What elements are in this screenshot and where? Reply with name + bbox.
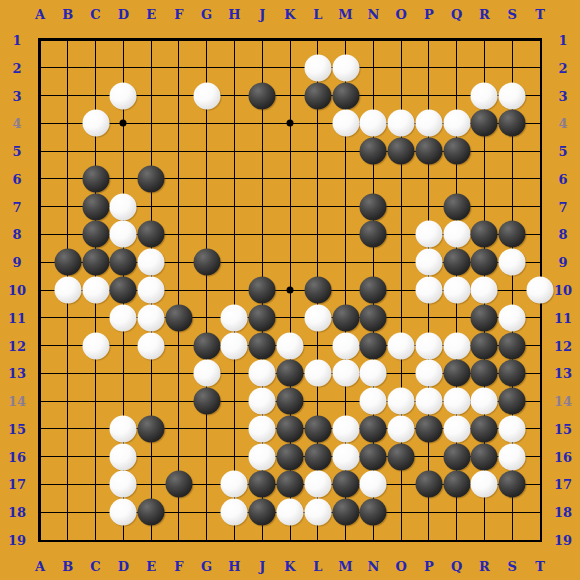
black-stone[interactable] [499,388,526,415]
column-label-bottom: A [35,560,45,573]
row-label-right: 17 [554,478,572,491]
black-stone[interactable] [471,332,498,359]
row-label-left: 8 [12,228,21,241]
white-stone[interactable] [304,304,331,331]
black-stone[interactable] [82,221,109,248]
column-label-bottom: R [479,560,490,573]
white-stone[interactable] [249,388,276,415]
black-stone[interactable] [165,304,192,331]
row-label-right: 5 [558,145,567,158]
white-stone[interactable] [443,332,470,359]
white-stone[interactable] [332,332,359,359]
row-label-left: 19 [8,534,26,547]
white-stone[interactable] [304,54,331,81]
black-stone[interactable] [443,471,470,498]
column-label-top: H [228,8,240,21]
black-stone[interactable] [471,249,498,276]
column-label-bottom: D [118,560,129,573]
black-stone[interactable] [499,221,526,248]
white-stone[interactable] [249,415,276,442]
white-stone[interactable] [360,110,387,137]
column-label-top: O [395,8,406,21]
black-stone[interactable] [471,443,498,470]
black-stone[interactable] [304,415,331,442]
white-stone[interactable] [110,221,137,248]
white-stone[interactable] [221,304,248,331]
black-stone[interactable] [249,471,276,498]
black-stone[interactable] [499,360,526,387]
white-stone[interactable] [110,443,137,470]
column-label-bottom: N [367,560,379,573]
black-stone[interactable] [471,304,498,331]
white-stone[interactable] [304,499,331,526]
column-label-bottom: Q [451,560,462,573]
black-stone[interactable] [360,443,387,470]
row-label-right: 8 [558,228,567,241]
white-stone[interactable] [138,277,165,304]
black-stone[interactable] [277,360,304,387]
white-stone[interactable] [471,388,498,415]
white-stone[interactable] [332,415,359,442]
white-stone[interactable] [415,249,442,276]
row-label-left: 16 [8,450,26,463]
row-label-right: 10 [554,284,572,297]
column-label-bottom: P [424,560,434,573]
row-label-left: 3 [12,89,21,102]
white-stone[interactable] [527,277,554,304]
white-stone[interactable] [54,277,81,304]
star-point [287,120,294,127]
row-label-left: 17 [8,478,26,491]
column-label-top: J [259,8,265,21]
white-stone[interactable] [360,388,387,415]
column-label-bottom: O [395,560,406,573]
black-stone[interactable] [388,138,415,165]
black-stone[interactable] [471,360,498,387]
white-stone[interactable] [193,360,220,387]
black-stone[interactable] [304,82,331,109]
row-label-left: 4 [12,117,21,130]
row-label-right: 19 [554,534,572,547]
black-stone[interactable] [471,110,498,137]
column-label-bottom: E [146,560,156,573]
white-stone[interactable] [388,415,415,442]
row-label-left: 9 [12,256,21,269]
white-stone[interactable] [221,332,248,359]
white-stone[interactable] [110,415,137,442]
black-stone[interactable] [499,332,526,359]
row-label-right: 18 [554,506,572,519]
black-stone[interactable] [360,499,387,526]
white-stone[interactable] [360,471,387,498]
white-stone[interactable] [415,110,442,137]
column-label-bottom: G [201,560,212,573]
white-stone[interactable] [388,332,415,359]
white-stone[interactable] [499,249,526,276]
row-label-right: 14 [554,395,572,408]
star-point [287,287,294,294]
row-label-right: 11 [554,311,572,324]
column-label-top: T [535,8,545,21]
white-stone[interactable] [82,332,109,359]
white-stone[interactable] [110,471,137,498]
black-stone[interactable] [388,443,415,470]
row-label-left: 11 [8,311,26,324]
column-label-bottom: B [62,560,73,573]
row-label-right: 6 [558,172,567,185]
black-stone[interactable] [360,193,387,220]
black-stone[interactable] [110,249,137,276]
column-label-top: E [146,8,156,21]
white-stone[interactable] [138,249,165,276]
white-stone[interactable] [471,82,498,109]
white-stone[interactable] [110,304,137,331]
black-stone[interactable] [443,138,470,165]
go-board[interactable]: AABBCCDDEEFFGGHHJJKKLLMMNNOOPPQQRRSSTT11… [0,0,580,580]
white-stone[interactable] [332,110,359,137]
column-label-top: A [35,8,45,21]
white-stone[interactable] [388,110,415,137]
black-stone[interactable] [277,388,304,415]
white-stone[interactable] [499,82,526,109]
black-stone[interactable] [443,443,470,470]
black-stone[interactable] [499,471,526,498]
column-label-bottom: H [228,560,240,573]
black-stone[interactable] [249,499,276,526]
column-label-top: R [479,8,490,21]
white-stone[interactable] [82,110,109,137]
black-stone[interactable] [471,415,498,442]
white-stone[interactable] [110,499,137,526]
white-stone[interactable] [415,388,442,415]
black-stone[interactable] [471,221,498,248]
black-stone[interactable] [360,221,387,248]
row-label-left: 13 [8,367,26,380]
white-stone[interactable] [415,221,442,248]
column-label-top: K [284,8,295,21]
column-label-top: C [90,8,100,21]
black-stone[interactable] [304,443,331,470]
black-stone[interactable] [360,277,387,304]
white-stone[interactable] [443,388,470,415]
column-label-top: S [508,8,517,21]
black-stone[interactable] [82,249,109,276]
row-label-left: 5 [12,145,21,158]
column-label-top: P [424,8,434,21]
white-stone[interactable] [138,332,165,359]
white-stone[interactable] [249,443,276,470]
black-stone[interactable] [138,165,165,192]
black-stone[interactable] [360,304,387,331]
white-stone[interactable] [138,304,165,331]
black-stone[interactable] [277,443,304,470]
white-stone[interactable] [443,277,470,304]
row-label-right: 1 [558,34,567,47]
column-label-top: G [201,8,212,21]
black-stone[interactable] [82,193,109,220]
black-stone[interactable] [360,138,387,165]
black-stone[interactable] [415,415,442,442]
black-stone[interactable] [277,471,304,498]
column-label-top: F [174,8,183,21]
black-stone[interactable] [443,249,470,276]
row-label-left: 2 [12,61,21,74]
black-stone[interactable] [249,332,276,359]
column-label-bottom: J [259,560,265,573]
column-label-top: L [313,8,322,21]
row-label-right: 3 [558,89,567,102]
black-stone[interactable] [415,471,442,498]
white-stone[interactable] [332,54,359,81]
black-stone[interactable] [193,388,220,415]
white-stone[interactable] [304,471,331,498]
row-label-left: 1 [12,34,21,47]
column-label-bottom: L [313,560,322,573]
black-stone[interactable] [165,471,192,498]
column-label-bottom: K [284,560,295,573]
row-label-right: 4 [558,117,567,130]
white-stone[interactable] [221,471,248,498]
white-stone[interactable] [388,388,415,415]
black-stone[interactable] [332,471,359,498]
column-label-top: B [62,8,73,21]
black-stone[interactable] [138,499,165,526]
column-label-top: M [338,8,352,21]
white-stone[interactable] [415,332,442,359]
white-stone[interactable] [443,110,470,137]
black-stone[interactable] [360,415,387,442]
row-label-right: 15 [554,422,572,435]
white-stone[interactable] [249,360,276,387]
black-stone[interactable] [193,249,220,276]
white-stone[interactable] [332,360,359,387]
black-stone[interactable] [443,193,470,220]
white-stone[interactable] [221,499,248,526]
row-label-left: 7 [12,200,21,213]
column-label-top: N [367,8,379,21]
row-label-right: 7 [558,200,567,213]
row-label-right: 12 [554,339,572,352]
row-label-left: 15 [8,422,26,435]
black-stone[interactable] [332,499,359,526]
row-label-right: 9 [558,256,567,269]
black-stone[interactable] [277,415,304,442]
column-label-bottom: C [90,560,100,573]
black-stone[interactable] [360,332,387,359]
white-stone[interactable] [332,443,359,470]
black-stone[interactable] [332,82,359,109]
white-stone[interactable] [443,415,470,442]
black-stone[interactable] [415,138,442,165]
black-stone[interactable] [249,82,276,109]
column-label-bottom: S [508,560,517,573]
white-stone[interactable] [415,277,442,304]
white-stone[interactable] [499,443,526,470]
white-stone[interactable] [277,332,304,359]
white-stone[interactable] [499,304,526,331]
black-stone[interactable] [249,277,276,304]
black-stone[interactable] [193,332,220,359]
star-point [120,120,127,127]
row-label-right: 13 [554,367,572,380]
white-stone[interactable] [415,360,442,387]
row-label-left: 14 [8,395,26,408]
black-stone[interactable] [304,277,331,304]
row-label-left: 10 [8,284,26,297]
row-label-right: 16 [554,450,572,463]
white-stone[interactable] [471,471,498,498]
black-stone[interactable] [138,415,165,442]
black-stone[interactable] [138,221,165,248]
row-label-left: 18 [8,506,26,519]
black-stone[interactable] [332,304,359,331]
black-stone[interactable] [443,360,470,387]
black-stone[interactable] [110,277,137,304]
white-stone[interactable] [304,360,331,387]
column-label-top: Q [451,8,462,21]
white-stone[interactable] [82,277,109,304]
black-stone[interactable] [54,249,81,276]
white-stone[interactable] [110,82,137,109]
column-label-bottom: F [174,560,183,573]
row-label-left: 6 [12,172,21,185]
black-stone[interactable] [249,304,276,331]
row-label-right: 2 [558,61,567,74]
column-label-bottom: T [535,560,545,573]
white-stone[interactable] [110,193,137,220]
column-label-top: D [118,8,129,21]
white-stone[interactable] [277,499,304,526]
white-stone[interactable] [471,277,498,304]
column-label-bottom: M [338,560,352,573]
row-label-left: 12 [8,339,26,352]
black-stone[interactable] [82,165,109,192]
white-stone[interactable] [443,221,470,248]
white-stone[interactable] [193,82,220,109]
white-stone[interactable] [360,360,387,387]
black-stone[interactable] [499,110,526,137]
white-stone[interactable] [499,415,526,442]
